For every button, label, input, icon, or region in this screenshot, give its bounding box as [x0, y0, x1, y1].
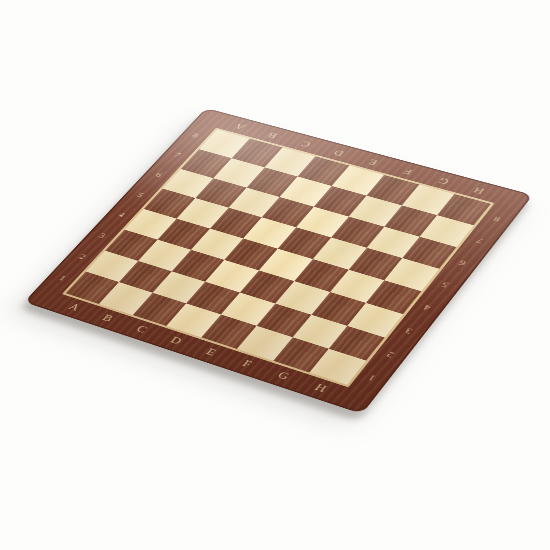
chessboard: ABCDEFGH ABCDEFGH 87654321 87654321 — [24, 108, 533, 414]
product-photo-scene: ABCDEFGH ABCDEFGH 87654321 87654321 — [0, 0, 550, 550]
board-playing-area — [62, 128, 495, 388]
